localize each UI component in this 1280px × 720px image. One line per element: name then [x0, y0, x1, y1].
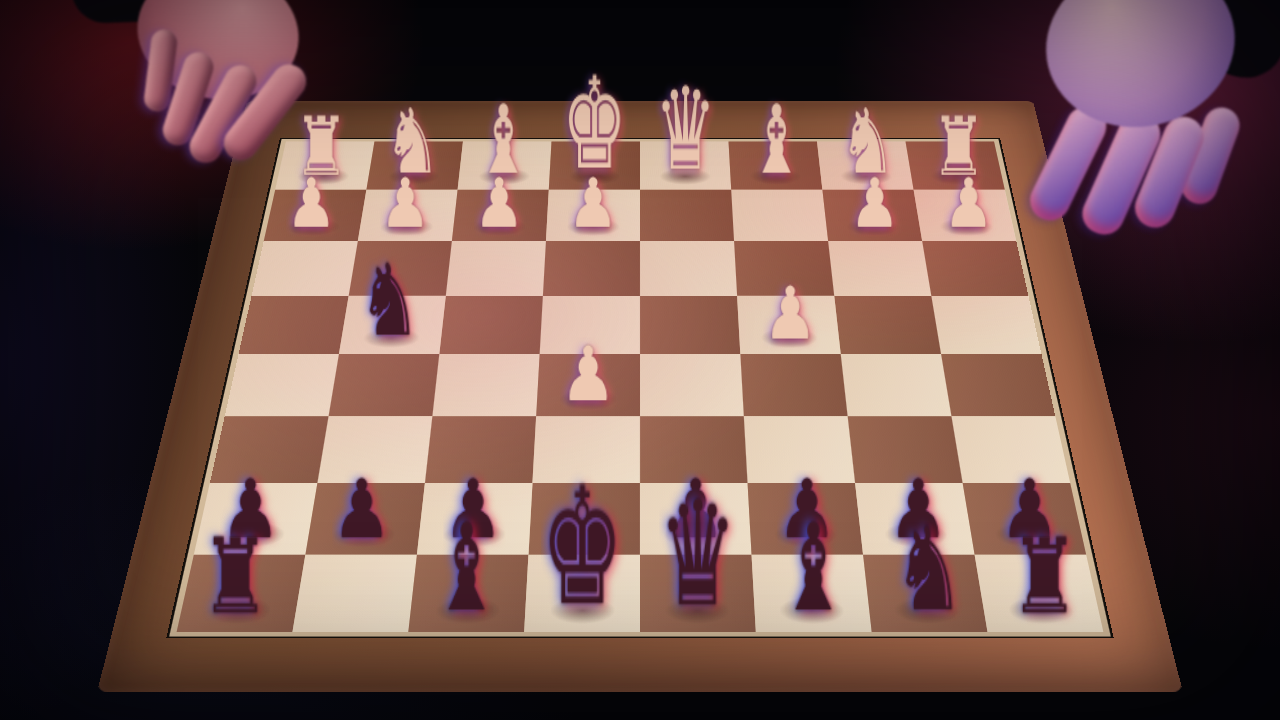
square-d2[interactable]	[640, 190, 734, 241]
white-pawn[interactable]: ♟	[763, 278, 817, 351]
square-b8[interactable]: ♞	[863, 555, 987, 632]
square-a8[interactable]: ♜	[975, 555, 1104, 632]
square-a4[interactable]	[931, 296, 1041, 354]
square-d5[interactable]	[640, 354, 744, 416]
white-pawn[interactable]: ♟	[560, 337, 616, 412]
square-a2[interactable]: ♟	[914, 190, 1017, 241]
square-g7[interactable]: ♟	[305, 483, 425, 555]
square-b4[interactable]	[834, 296, 941, 354]
square-f2[interactable]: ♟	[452, 190, 549, 241]
square-e5[interactable]: ♟	[536, 354, 640, 416]
white-pawn[interactable]: ♟	[568, 170, 619, 238]
square-f3[interactable]	[446, 241, 546, 296]
square-a5[interactable]	[941, 354, 1055, 416]
square-a3[interactable]	[922, 241, 1028, 296]
square-g8[interactable]	[292, 555, 416, 632]
board-pinstripe: ♜♞♝♚♛♝♞♜♟♟♟♟♟♟♞♟♟♟♟♟♟♟♟♟♜♝♚♛♝♞♜	[166, 138, 1114, 638]
square-g2[interactable]: ♟	[358, 190, 458, 241]
white-pawn[interactable]: ♟	[474, 170, 525, 238]
black-rook[interactable]: ♜	[201, 524, 270, 628]
black-bishop[interactable]: ♝	[432, 507, 501, 628]
black-queen[interactable]: ♛	[659, 483, 737, 628]
square-f4[interactable]	[439, 296, 543, 354]
square-c1[interactable]: ♝	[729, 142, 823, 190]
stage: ♜♞♝♚♛♝♞♜♟♟♟♟♟♟♞♟♟♟♟♟♟♟♟♟♜♝♚♛♝♞♜	[0, 0, 1280, 720]
square-c8[interactable]: ♝	[752, 555, 872, 632]
square-e8[interactable]: ♚	[524, 555, 640, 632]
square-e2[interactable]: ♟	[546, 190, 640, 241]
black-king[interactable]: ♚	[541, 466, 624, 628]
white-queen[interactable]: ♛	[655, 73, 717, 187]
square-h5[interactable]	[225, 354, 339, 416]
black-bishop[interactable]: ♝	[779, 507, 848, 628]
square-b5[interactable]	[841, 354, 952, 416]
black-knight[interactable]: ♞	[359, 252, 421, 351]
white-pawn[interactable]: ♟	[943, 170, 994, 238]
white-pawn[interactable]: ♟	[380, 170, 431, 238]
white-pawn[interactable]: ♟	[849, 170, 900, 238]
square-g4[interactable]: ♞	[339, 296, 446, 354]
square-b3[interactable]	[828, 241, 931, 296]
square-h3[interactable]	[252, 241, 358, 296]
black-rook[interactable]: ♜	[1010, 524, 1079, 628]
square-h4[interactable]	[239, 296, 349, 354]
board-grid: ♜♞♝♚♛♝♞♜♟♟♟♟♟♟♞♟♟♟♟♟♟♟♟♟♜♝♚♛♝♞♜	[177, 142, 1104, 633]
square-g5[interactable]	[329, 354, 440, 416]
square-d8[interactable]: ♛	[640, 555, 756, 632]
square-d1[interactable]: ♛	[640, 142, 731, 190]
square-c2[interactable]	[731, 190, 828, 241]
square-d4[interactable]	[640, 296, 740, 354]
square-d3[interactable]	[640, 241, 737, 296]
square-e3[interactable]	[543, 241, 640, 296]
white-bishop[interactable]: ♝	[749, 92, 803, 187]
square-b2[interactable]: ♟	[822, 190, 922, 241]
square-h8[interactable]: ♜	[177, 555, 306, 632]
black-pawn[interactable]: ♟	[332, 470, 392, 551]
square-f5[interactable]	[432, 354, 539, 416]
square-c4[interactable]: ♟	[737, 296, 841, 354]
square-c5[interactable]	[740, 354, 847, 416]
black-knight[interactable]: ♞	[893, 513, 964, 627]
square-f8[interactable]: ♝	[408, 555, 528, 632]
